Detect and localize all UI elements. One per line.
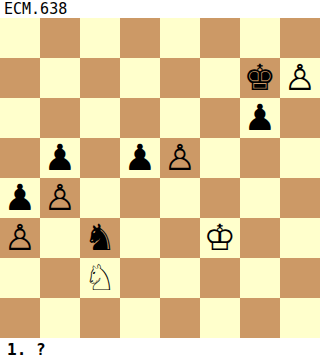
square-b7[interactable]: [40, 58, 80, 98]
square-f4[interactable]: [200, 178, 240, 218]
square-g2[interactable]: [240, 258, 280, 298]
square-a7[interactable]: [0, 58, 40, 98]
piece-black-pawn: ♟: [44, 138, 76, 178]
piece-white-pawn: ♙: [4, 218, 36, 258]
square-c6[interactable]: [80, 98, 120, 138]
square-b6[interactable]: [40, 98, 80, 138]
square-a2[interactable]: [0, 258, 40, 298]
square-c5[interactable]: [80, 138, 120, 178]
square-a3[interactable]: ♙: [0, 218, 40, 258]
square-d1[interactable]: [120, 298, 160, 338]
square-a6[interactable]: [0, 98, 40, 138]
square-h5[interactable]: [280, 138, 320, 178]
square-g5[interactable]: [240, 138, 280, 178]
square-a1[interactable]: [0, 298, 40, 338]
piece-white-pawn: ♙: [284, 58, 316, 98]
move-prompt: 1. ?: [0, 338, 320, 360]
square-c2[interactable]: ♘: [80, 258, 120, 298]
piece-black-pawn: ♟: [124, 138, 156, 178]
square-g4[interactable]: [240, 178, 280, 218]
square-h8[interactable]: [280, 18, 320, 58]
square-f2[interactable]: [200, 258, 240, 298]
square-g1[interactable]: [240, 298, 280, 338]
square-f3[interactable]: ♔: [200, 218, 240, 258]
square-d6[interactable]: [120, 98, 160, 138]
chess-diagram-page: ECM.638 ♚♙♟♟♟♙♟♙♙♞♔♘ 1. ?: [0, 0, 320, 360]
square-e3[interactable]: [160, 218, 200, 258]
square-h6[interactable]: [280, 98, 320, 138]
square-c7[interactable]: [80, 58, 120, 98]
square-g7[interactable]: ♚: [240, 58, 280, 98]
square-d5[interactable]: ♟: [120, 138, 160, 178]
piece-black-knight: ♞: [84, 218, 116, 258]
square-h2[interactable]: [280, 258, 320, 298]
chess-board: ♚♙♟♟♟♙♟♙♙♞♔♘: [0, 18, 320, 338]
square-e5[interactable]: ♙: [160, 138, 200, 178]
square-f8[interactable]: [200, 18, 240, 58]
piece-white-pawn: ♙: [44, 178, 76, 218]
square-e7[interactable]: [160, 58, 200, 98]
square-b5[interactable]: ♟: [40, 138, 80, 178]
square-f7[interactable]: [200, 58, 240, 98]
square-h7[interactable]: ♙: [280, 58, 320, 98]
square-d2[interactable]: [120, 258, 160, 298]
square-e2[interactable]: [160, 258, 200, 298]
square-g8[interactable]: [240, 18, 280, 58]
square-e6[interactable]: [160, 98, 200, 138]
piece-black-pawn: ♟: [4, 178, 36, 218]
square-d4[interactable]: [120, 178, 160, 218]
square-f5[interactable]: [200, 138, 240, 178]
square-b4[interactable]: ♙: [40, 178, 80, 218]
diagram-title: ECM.638: [0, 0, 320, 18]
square-b1[interactable]: [40, 298, 80, 338]
square-h3[interactable]: [280, 218, 320, 258]
square-a8[interactable]: [0, 18, 40, 58]
square-c1[interactable]: [80, 298, 120, 338]
square-d3[interactable]: [120, 218, 160, 258]
piece-white-king: ♔: [204, 218, 236, 258]
square-f1[interactable]: [200, 298, 240, 338]
square-f6[interactable]: [200, 98, 240, 138]
square-c8[interactable]: [80, 18, 120, 58]
piece-white-pawn: ♙: [164, 138, 196, 178]
square-d8[interactable]: [120, 18, 160, 58]
square-e8[interactable]: [160, 18, 200, 58]
square-c4[interactable]: [80, 178, 120, 218]
square-h4[interactable]: [280, 178, 320, 218]
square-d7[interactable]: [120, 58, 160, 98]
piece-white-knight: ♘: [84, 258, 116, 298]
square-g3[interactable]: [240, 218, 280, 258]
square-a4[interactable]: ♟: [0, 178, 40, 218]
square-e4[interactable]: [160, 178, 200, 218]
square-b8[interactable]: [40, 18, 80, 58]
square-e1[interactable]: [160, 298, 200, 338]
square-a5[interactable]: [0, 138, 40, 178]
square-g6[interactable]: ♟: [240, 98, 280, 138]
piece-black-pawn: ♟: [244, 98, 276, 138]
square-c3[interactable]: ♞: [80, 218, 120, 258]
square-b3[interactable]: [40, 218, 80, 258]
square-h1[interactable]: [280, 298, 320, 338]
piece-black-king: ♚: [244, 58, 276, 98]
square-b2[interactable]: [40, 258, 80, 298]
